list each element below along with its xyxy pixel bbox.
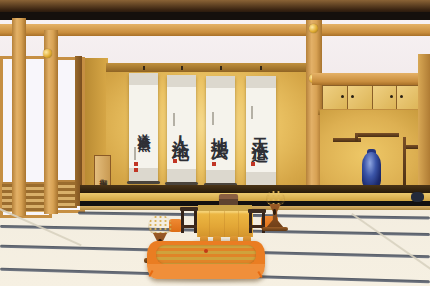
door-handle-icon [341,95,344,98]
gold-nailcover-icon [309,24,318,33]
scroll-hook-icon [220,66,222,70]
shogi-board[interactable] [197,211,253,237]
seal-mark [212,162,216,166]
corner-post [75,56,82,206]
stand-base [262,227,288,231]
seal-mark [134,168,138,172]
shelf-support-post [403,137,406,189]
scroll-hook-icon [260,66,262,70]
hanging-scroll-2: 人法地 [167,75,196,183]
scroll-calligraphy: 道法自然 [135,123,153,131]
right-wood-frame [418,54,430,206]
zabuton-tassel [257,271,262,278]
wood-grain [209,211,210,237]
komadai-left[interactable] [180,207,198,233]
door-handle-icon [351,95,354,98]
cabinet-sliding-door[interactable] [323,86,347,109]
scroll-hanging-rail [106,63,310,72]
zabuton-knot [204,249,208,253]
shoji-slat-panel [57,180,77,208]
shelf-connector [355,133,358,142]
door-handle-icon [390,95,393,98]
pedestal-stand-right [262,190,288,232]
komadai-leg [249,213,252,233]
staggered-shelf-high [355,133,399,137]
wood-pillar-left [12,18,26,216]
zabuton-top-panel [156,245,256,264]
scroll-hook-icon [181,66,183,70]
hanging-scroll-1: 道法自然 [129,73,158,182]
hanging-scroll-3: 地法天 [206,76,235,184]
stand-body [266,204,284,228]
scroll-rod [127,181,160,184]
door-handle-icon [400,95,403,98]
tatami-seam-diagonal [351,213,430,286]
cabinet-sliding-door[interactable] [348,86,372,109]
seal-mark [251,162,255,166]
plaque-text: 御上段 [99,173,107,176]
gold-nailcover-icon [43,49,52,58]
shelf-cabinet [322,85,422,110]
scroll-paper: 人法地 [170,88,193,169]
wood-grain [238,211,239,237]
signature-mark [173,113,175,126]
scroll-calligraphy: 天法道 [250,124,273,136]
zabuton-cushion[interactable] [147,241,265,279]
komadai-rail [181,225,197,228]
zabuton-tassel [148,270,153,277]
tatami-match-room: 御上段 道法自然 人法地 地法天 天法道 [0,0,430,286]
hanging-scroll-4: 天法道 [246,76,276,186]
scroll-paper: 天法道 [249,89,273,172]
komadai-leg [194,211,197,233]
wood-grain [224,211,225,237]
scroll-hook-icon [143,66,145,70]
scroll-calligraphy: 地法天 [209,123,232,135]
scroll-paper: 地法天 [209,89,232,170]
komadai-leg [181,211,184,233]
porcelain-vase [362,152,381,189]
signature-mark [212,112,214,125]
signature-mark [251,106,253,119]
wood-beam-upper [0,24,430,36]
stand-hole [273,209,276,215]
stand-cloth [148,215,172,235]
seal-mark [134,162,138,166]
wood-beam-right [312,73,430,85]
floor-object [411,192,424,202]
stand-cloth [266,190,285,206]
cabinet-sliding-door[interactable] [373,86,397,109]
seal-mark [173,159,177,163]
signature-mark [134,147,136,160]
